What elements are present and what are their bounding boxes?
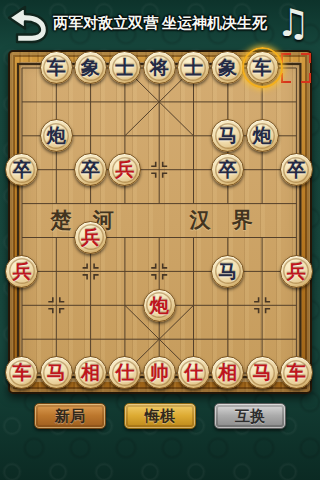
piece-face: 帅 (146, 360, 172, 386)
piece-red-仕[interactable]: 仕 (177, 356, 210, 389)
piece-red-兵[interactable]: 兵 (5, 255, 38, 288)
piece-face: 炮 (249, 123, 275, 149)
piece-red-车[interactable]: 车 (280, 356, 313, 389)
piece-black-象[interactable]: 象 (211, 51, 244, 84)
piece-black-士[interactable]: 士 (108, 51, 141, 84)
piece-red-炮[interactable]: 炮 (143, 289, 176, 322)
piece-face: 马 (215, 258, 241, 284)
undo-move-button[interactable]: 悔棋 (124, 403, 196, 429)
piece-char: 卒 (12, 160, 31, 179)
piece-red-兵[interactable]: 兵 (280, 255, 313, 288)
piece-char: 士 (115, 58, 134, 77)
piece-face: 仕 (112, 360, 138, 386)
piece-black-炮[interactable]: 炮 (40, 119, 73, 152)
piece-red-兵[interactable]: 兵 (108, 153, 141, 186)
piece-black-将[interactable]: 将 (143, 51, 176, 84)
piece-face: 仕 (180, 360, 206, 386)
piece-red-马[interactable]: 马 (246, 356, 279, 389)
puzzle-title: 两军对敌立双营 坐运神机决生死 (52, 0, 268, 46)
back-button[interactable] (6, 3, 54, 45)
piece-char: 兵 (12, 262, 31, 281)
piece-char: 卒 (81, 160, 100, 179)
piece-face: 马 (249, 360, 275, 386)
piece-black-象[interactable]: 象 (74, 51, 107, 84)
piece-face: 士 (112, 55, 138, 81)
piece-char: 相 (218, 363, 237, 382)
piece-face: 兵 (112, 157, 138, 183)
piece-face: 将 (146, 55, 172, 81)
piece-char: 卒 (218, 160, 237, 179)
piece-face: 卒 (283, 157, 309, 183)
piece-face: 相 (215, 360, 241, 386)
piece-black-卒[interactable]: 卒 (74, 153, 107, 186)
piece-face: 炮 (146, 292, 172, 318)
piece-black-马[interactable]: 马 (211, 119, 244, 152)
piece-char: 马 (47, 363, 66, 382)
piece-char: 车 (12, 363, 31, 382)
piece-char: 帅 (150, 363, 169, 382)
piece-red-马[interactable]: 马 (40, 356, 73, 389)
piece-face: 士 (180, 55, 206, 81)
piece-black-车[interactable]: 车 (246, 51, 279, 84)
last-move-source-marker (281, 53, 311, 83)
piece-black-卒[interactable]: 卒 (280, 153, 313, 186)
piece-face: 炮 (43, 123, 69, 149)
piece-char: 仕 (184, 363, 203, 382)
piece-char: 炮 (47, 126, 66, 145)
piece-red-帅[interactable]: 帅 (143, 356, 176, 389)
piece-char: 炮 (253, 126, 272, 145)
piece-face: 车 (43, 55, 69, 81)
piece-face: 象 (78, 55, 104, 81)
piece-char: 兵 (115, 160, 134, 179)
piece-black-卒[interactable]: 卒 (211, 153, 244, 186)
piece-char: 将 (150, 58, 169, 77)
piece-char: 卒 (287, 160, 306, 179)
piece-char: 兵 (81, 228, 100, 247)
piece-char: 相 (81, 363, 100, 382)
piece-face: 兵 (9, 258, 35, 284)
piece-face: 相 (78, 360, 104, 386)
piece-char: 象 (218, 58, 237, 77)
piece-char: 炮 (150, 296, 169, 315)
piece-char: 仕 (115, 363, 134, 382)
piece-char: 马 (218, 262, 237, 281)
music-icon: ♫ (276, 4, 310, 42)
piece-char: 车 (287, 363, 306, 382)
piece-face: 卒 (78, 157, 104, 183)
music-button[interactable]: ♫ (270, 0, 316, 46)
board-points: 车象士将士象车炮马炮卒卒兵卒卒兵兵马兵炮车马相仕帅仕相马车 (5, 51, 314, 390)
app-screen: 两军对敌立双营 坐运神机决生死 ♫ 楚 河 汉 界 车象士将士象车炮马炮卒卒兵卒… (0, 0, 320, 480)
piece-black-马[interactable]: 马 (211, 255, 244, 288)
piece-face: 车 (9, 360, 35, 386)
xiangqi-board: 楚 河 汉 界 车象士将士象车炮马炮卒卒兵卒卒兵兵马兵炮车马相仕帅仕相马车 (8, 50, 312, 394)
piece-face: 卒 (215, 157, 241, 183)
piece-face: 车 (283, 360, 309, 386)
piece-red-相[interactable]: 相 (74, 356, 107, 389)
piece-face: 马 (43, 360, 69, 386)
piece-red-仕[interactable]: 仕 (108, 356, 141, 389)
piece-char: 兵 (287, 262, 306, 281)
back-icon (6, 3, 54, 45)
piece-black-卒[interactable]: 卒 (5, 153, 38, 186)
piece-face: 象 (215, 55, 241, 81)
button-bar: 新局 悔棋 互换 (0, 403, 320, 429)
piece-char: 马 (253, 363, 272, 382)
piece-face: 马 (215, 123, 241, 149)
piece-red-车[interactable]: 车 (5, 356, 38, 389)
piece-face: 兵 (78, 224, 104, 250)
piece-black-士[interactable]: 士 (177, 51, 210, 84)
board-surface[interactable]: 楚 河 汉 界 车象士将士象车炮马炮卒卒兵卒卒兵兵马兵炮车马相仕帅仕相马车 (20, 62, 300, 382)
piece-char: 象 (81, 58, 100, 77)
piece-black-车[interactable]: 车 (40, 51, 73, 84)
piece-char: 士 (184, 58, 203, 77)
piece-red-相[interactable]: 相 (211, 356, 244, 389)
piece-black-炮[interactable]: 炮 (246, 119, 279, 152)
swap-sides-button[interactable]: 互换 (214, 403, 286, 429)
piece-char: 车 (47, 58, 66, 77)
piece-char: 马 (218, 126, 237, 145)
new-game-button[interactable]: 新局 (34, 403, 106, 429)
piece-red-兵[interactable]: 兵 (74, 221, 107, 254)
top-bar: 两军对敌立双营 坐运神机决生死 ♫ (0, 0, 320, 46)
piece-face: 卒 (9, 157, 35, 183)
last-move-ring (242, 47, 283, 88)
piece-face: 兵 (283, 258, 309, 284)
